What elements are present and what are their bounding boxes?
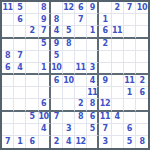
cell-r8c4[interactable] [39,87,51,99]
cell-r7c5[interactable]: 6 [51,75,63,87]
cell-r8c10[interactable] [112,87,124,99]
cell-r1c10[interactable]: 2 [112,2,124,14]
cell-r10c4[interactable]: 10 [39,112,51,124]
cell-r9c1[interactable] [2,99,14,111]
cell-r10c2[interactable] [14,112,26,124]
cell-r7c9[interactable]: 9 [99,75,111,87]
cell-r11c5[interactable] [51,124,63,136]
cell-r9c3[interactable] [26,99,38,111]
cell-r11c3[interactable] [26,124,38,136]
cell-r11c1[interactable] [2,124,14,136]
cell-r6c9[interactable] [99,63,111,75]
cell-r7c6[interactable]: 10 [63,75,75,87]
cell-r4c1[interactable] [2,39,14,51]
sudoku-board: 1158126927106987127451611598287564110113… [0,0,150,150]
cell-r2c11[interactable] [124,14,136,26]
cell-r11c9[interactable]: 7 [99,124,111,136]
cell-r12c5[interactable]: 2 [51,136,63,148]
cell-r9c10[interactable] [112,99,124,111]
cell-r8c5[interactable] [51,87,63,99]
cell-r5c12[interactable] [136,51,148,63]
cell-r12c7[interactable]: 12 [75,136,87,148]
cell-r10c11[interactable] [124,112,136,124]
cell-r1c5[interactable] [51,2,63,14]
cell-r8c11[interactable]: 1 [124,87,136,99]
cell-r3c3[interactable]: 2 [26,26,38,38]
cell-r11c6[interactable]: 3 [63,124,75,136]
cell-r12c8[interactable] [87,136,99,148]
cell-r1c3[interactable] [26,2,38,14]
cell-r6c3[interactable] [26,63,38,75]
cell-r6c1[interactable]: 6 [2,63,14,75]
cell-r2c4[interactable]: 9 [39,14,51,26]
cell-r3c12[interactable] [136,26,148,38]
cell-r6c8[interactable]: 3 [87,63,99,75]
cell-r3c1[interactable] [2,26,14,38]
cell-r7c4[interactable] [39,75,51,87]
cell-r1c2[interactable]: 5 [14,2,26,14]
cell-r7c1[interactable] [2,75,14,87]
cell-r11c8[interactable]: 5 [87,124,99,136]
cell-r5c5[interactable]: 5 [51,51,63,63]
cell-r7c12[interactable]: 2 [136,75,148,87]
cell-r12c4[interactable] [39,136,51,148]
cell-r9c12[interactable] [136,99,148,111]
cell-r2c1[interactable] [2,14,14,26]
cell-r4c11[interactable] [124,39,136,51]
cell-r9c8[interactable]: 8 [87,99,99,111]
cell-r3c10[interactable]: 11 [112,26,124,38]
cell-r10c6[interactable] [63,112,75,124]
cell-r4c10[interactable] [112,39,124,51]
cell-r12c1[interactable]: 7 [2,136,14,148]
cell-r2c8[interactable] [87,14,99,26]
cell-r2c5[interactable]: 8 [51,14,63,26]
cell-r9c6[interactable] [63,99,75,111]
cell-r3c5[interactable]: 4 [51,26,63,38]
cell-r4c7[interactable] [75,39,87,51]
cell-r2c12[interactable] [136,14,148,26]
cell-r6c4[interactable]: 1 [39,63,51,75]
cell-r5c9[interactable] [99,51,111,63]
cell-r10c1[interactable] [2,112,14,124]
cell-r7c8[interactable]: 4 [87,75,99,87]
cell-r8c8[interactable]: 11 [87,87,99,99]
cell-r1c6[interactable]: 12 [63,2,75,14]
cell-r1c12[interactable]: 10 [136,2,148,14]
cell-r11c4[interactable]: 4 [39,124,51,136]
cell-r8c3[interactable] [26,87,38,99]
cell-r4c8[interactable] [87,39,99,51]
cell-r12c11[interactable]: 5 [124,136,136,148]
cell-r2c10[interactable] [112,14,124,26]
cell-r11c12[interactable] [136,124,148,136]
cell-r3c9[interactable]: 6 [99,26,111,38]
cell-r6c5[interactable]: 10 [51,63,63,75]
cell-r4c12[interactable] [136,39,148,51]
cell-r5c6[interactable] [63,51,75,63]
cell-r6c10[interactable] [112,63,124,75]
cell-r8c2[interactable] [14,87,26,99]
cell-r4c5[interactable]: 9 [51,39,63,51]
cell-r6c7[interactable]: 11 [75,63,87,75]
cell-r10c8[interactable]: 6 [87,112,99,124]
cell-r4c9[interactable]: 2 [99,39,111,51]
cell-r6c2[interactable]: 4 [14,63,26,75]
cell-r5c2[interactable]: 7 [14,51,26,63]
cell-r3c11[interactable] [124,26,136,38]
cell-r6c6[interactable] [63,63,75,75]
cell-r8c6[interactable] [63,87,75,99]
cell-r5c1[interactable]: 8 [2,51,14,63]
cell-r4c6[interactable]: 8 [63,39,75,51]
cell-r11c11[interactable]: 6 [124,124,136,136]
cell-r12c10[interactable] [112,136,124,148]
cell-r1c8[interactable]: 9 [87,2,99,14]
cell-r10c9[interactable]: 11 [99,112,111,124]
cell-r10c12[interactable] [136,112,148,124]
cell-r9c11[interactable] [124,99,136,111]
cell-r12c3[interactable]: 6 [26,136,38,148]
cell-r5c7[interactable] [75,51,87,63]
cell-r11c7[interactable] [75,124,87,136]
cell-r1c4[interactable]: 8 [39,2,51,14]
cell-r7c3[interactable] [26,75,38,87]
cell-r12c9[interactable]: 3 [99,136,111,148]
cell-r12c6[interactable]: 4 [63,136,75,148]
cell-r6c12[interactable] [136,63,148,75]
cell-r8c1[interactable] [2,87,14,99]
cell-r12c12[interactable]: 8 [136,136,148,148]
cell-r1c7[interactable]: 6 [75,2,87,14]
cell-r2c9[interactable]: 1 [99,14,111,26]
cell-r5c10[interactable] [112,51,124,63]
cell-r10c5[interactable]: 7 [51,112,63,124]
cell-r12c2[interactable]: 1 [14,136,26,148]
cell-r4c2[interactable] [14,39,26,51]
cell-r2c7[interactable]: 7 [75,14,87,26]
cell-r3c2[interactable] [14,26,26,38]
cell-r1c1[interactable]: 11 [2,2,14,14]
cell-r9c7[interactable]: 2 [75,99,87,111]
cell-r2c2[interactable]: 6 [14,14,26,26]
cell-r5c4[interactable] [39,51,51,63]
cell-r6c11[interactable] [124,63,136,75]
cell-r5c11[interactable] [124,51,136,63]
cell-r1c11[interactable]: 7 [124,2,136,14]
cell-r9c2[interactable] [14,99,26,111]
cell-r4c4[interactable]: 5 [39,39,51,51]
cell-r3c7[interactable] [75,26,87,38]
cell-r4c3[interactable] [26,39,38,51]
cell-r8c12[interactable]: 6 [136,87,148,99]
cell-r11c2[interactable] [14,124,26,136]
cell-r5c3[interactable] [26,51,38,63]
cell-r7c10[interactable] [112,75,124,87]
cell-r7c2[interactable] [14,75,26,87]
cell-r2c3[interactable] [26,14,38,26]
cell-r10c3[interactable]: 5 [26,112,38,124]
cell-r9c5[interactable] [51,99,63,111]
cell-r10c7[interactable]: 8 [75,112,87,124]
cell-r3c6[interactable]: 5 [63,26,75,38]
cell-r7c11[interactable]: 11 [124,75,136,87]
cell-r7c7[interactable] [75,75,87,87]
cell-r11c10[interactable] [112,124,124,136]
cell-r3c4[interactable]: 7 [39,26,51,38]
cell-r5c8[interactable] [87,51,99,63]
cell-r3c8[interactable]: 1 [87,26,99,38]
cell-r1c9[interactable] [99,2,111,14]
cell-r9c4[interactable]: 6 [39,99,51,111]
cell-r8c9[interactable] [99,87,111,99]
cell-r9c9[interactable]: 12 [99,99,111,111]
cell-r10c10[interactable]: 4 [112,112,124,124]
cell-r2c6[interactable] [63,14,75,26]
cell-r8c7[interactable] [75,87,87,99]
